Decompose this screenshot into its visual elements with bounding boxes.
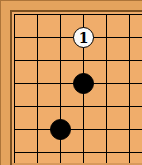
intersection-4-6[interactable]	[72, 118, 95, 141]
intersection-5-2[interactable]	[95, 26, 118, 49]
intersection-5-3[interactable]	[95, 49, 118, 72]
intersection-4-3[interactable]	[72, 49, 95, 72]
intersection-6-1[interactable]	[118, 10, 141, 26]
black-stone	[50, 119, 71, 140]
intersection-5-5[interactable]	[95, 95, 118, 118]
intersection-2-3[interactable]	[26, 49, 49, 72]
board-surface: 1	[10, 10, 142, 165]
intersection-7-6[interactable]	[141, 118, 142, 141]
intersection-6-6[interactable]	[118, 118, 141, 141]
white-stone-move-1: 1	[73, 27, 94, 48]
intersection-4-4[interactable]	[72, 72, 95, 95]
intersection-4-5[interactable]	[72, 95, 95, 118]
intersection-1-5[interactable]	[10, 95, 26, 118]
intersection-7-2[interactable]	[141, 26, 142, 49]
intersection-2-6[interactable]	[26, 118, 49, 141]
intersection-1-3[interactable]	[10, 49, 26, 72]
board-grid: 1	[10, 10, 142, 165]
black-stone	[73, 73, 94, 94]
intersection-6-2[interactable]	[118, 26, 141, 49]
intersection-3-1[interactable]	[49, 10, 72, 26]
intersection-6-4[interactable]	[118, 72, 141, 95]
intersection-5-4[interactable]	[95, 72, 118, 95]
intersection-7-5[interactable]	[141, 95, 142, 118]
intersection-1-1[interactable]	[10, 10, 26, 26]
intersection-2-5[interactable]	[26, 95, 49, 118]
intersection-3-4[interactable]	[49, 72, 72, 95]
intersection-7-7[interactable]	[141, 141, 142, 164]
intersection-2-7[interactable]	[26, 141, 49, 164]
intersection-7-1[interactable]	[141, 10, 142, 26]
move-number-label: 1	[79, 30, 89, 44]
intersection-4-2[interactable]: 1	[72, 26, 95, 49]
intersection-3-7[interactable]	[49, 141, 72, 164]
intersection-5-1[interactable]	[95, 10, 118, 26]
intersection-4-1[interactable]	[72, 10, 95, 26]
intersection-3-6[interactable]	[49, 118, 72, 141]
intersection-5-7[interactable]	[95, 141, 118, 164]
intersection-3-5[interactable]	[49, 95, 72, 118]
intersection-3-3[interactable]	[49, 49, 72, 72]
intersection-1-6[interactable]	[10, 118, 26, 141]
intersection-6-3[interactable]	[118, 49, 141, 72]
intersection-2-2[interactable]	[26, 26, 49, 49]
intersection-7-3[interactable]	[141, 49, 142, 72]
intersection-2-4[interactable]	[26, 72, 49, 95]
intersection-1-2[interactable]	[10, 26, 26, 49]
intersection-3-2[interactable]	[49, 26, 72, 49]
intersection-1-4[interactable]	[10, 72, 26, 95]
intersection-1-7[interactable]	[10, 141, 26, 164]
intersection-6-5[interactable]	[118, 95, 141, 118]
intersection-7-4[interactable]	[141, 72, 142, 95]
bottom-crop-edge	[12, 163, 142, 165]
go-board-diagram: 1	[0, 0, 142, 165]
intersection-5-6[interactable]	[95, 118, 118, 141]
intersection-6-7[interactable]	[118, 141, 141, 164]
intersection-4-7[interactable]	[72, 141, 95, 164]
intersection-2-1[interactable]	[26, 10, 49, 26]
